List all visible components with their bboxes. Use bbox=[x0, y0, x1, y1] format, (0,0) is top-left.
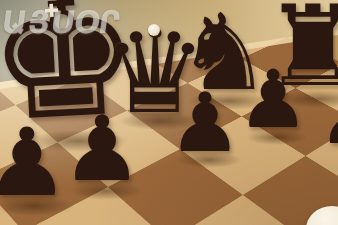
black-pawn-piece: ♟ bbox=[0, 116, 69, 210]
black-pawn-piece: ♟ bbox=[168, 82, 242, 164]
chess-photo: ♚ ♛ ♞ ♜ ♟ ♟ ♟ ♟ ♟ ✚ ԱՅՍՕՐ bbox=[0, 0, 338, 225]
black-pawn-piece: ♟ bbox=[237, 60, 309, 140]
black-pawn-piece: ♟ bbox=[62, 104, 143, 194]
black-pawn-piece-partial: ♟ bbox=[319, 80, 338, 154]
watermark-text: ԱՅՍՕՐ bbox=[0, 4, 123, 40]
queen-ball-finial bbox=[148, 24, 160, 36]
